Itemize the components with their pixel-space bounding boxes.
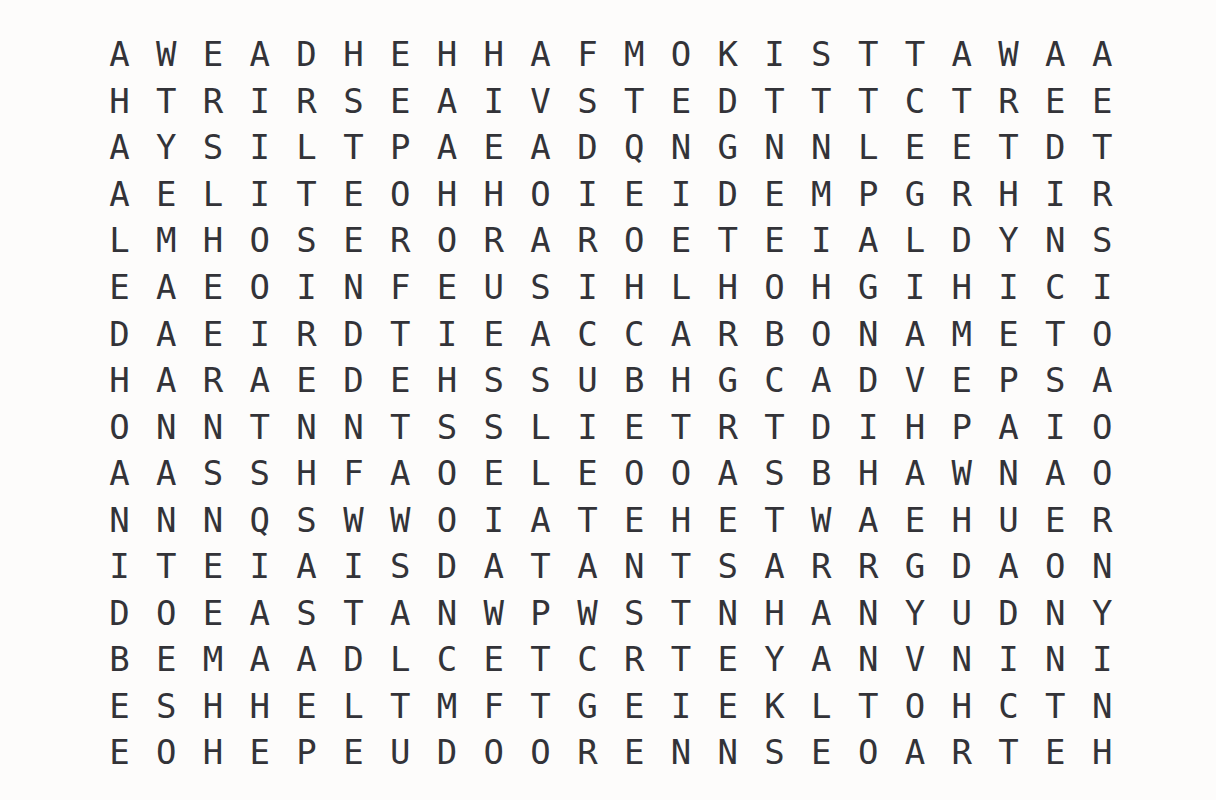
grid-cell[interactable]: S: [517, 357, 564, 404]
grid-cell[interactable]: H: [330, 31, 377, 78]
grid-cell[interactable]: N: [704, 729, 751, 776]
grid-cell[interactable]: O: [96, 403, 143, 450]
grid-cell[interactable]: R: [985, 78, 1032, 125]
grid-cell[interactable]: I: [236, 124, 283, 171]
grid-cell[interactable]: A: [517, 31, 564, 78]
grid-cell[interactable]: T: [377, 683, 424, 730]
grid-cell[interactable]: E: [892, 124, 939, 171]
grid-cell[interactable]: D: [845, 357, 892, 404]
grid-cell[interactable]: I: [283, 264, 330, 311]
grid-cell[interactable]: A: [658, 310, 705, 357]
grid-cell[interactable]: Q: [611, 124, 658, 171]
grid-cell[interactable]: R: [938, 729, 985, 776]
grid-cell[interactable]: H: [96, 357, 143, 404]
grid-cell[interactable]: H: [938, 496, 985, 543]
grid-cell[interactable]: N: [845, 636, 892, 683]
grid-cell[interactable]: T: [845, 683, 892, 730]
grid-cell[interactable]: I: [564, 403, 611, 450]
grid-cell[interactable]: E: [96, 264, 143, 311]
grid-cell[interactable]: V: [892, 636, 939, 683]
grid-cell[interactable]: E: [611, 496, 658, 543]
grid-cell[interactable]: R: [798, 543, 845, 590]
grid-cell[interactable]: T: [658, 543, 705, 590]
grid-cell[interactable]: D: [798, 403, 845, 450]
grid-cell[interactable]: W: [985, 31, 1032, 78]
grid-cell[interactable]: O: [143, 590, 190, 637]
grid-cell[interactable]: I: [96, 543, 143, 590]
grid-cell[interactable]: A: [424, 78, 471, 125]
grid-cell[interactable]: N: [985, 450, 1032, 497]
grid-cell[interactable]: N: [1032, 590, 1079, 637]
grid-cell[interactable]: R: [1079, 496, 1126, 543]
grid-cell[interactable]: D: [1032, 124, 1079, 171]
grid-cell[interactable]: G: [892, 543, 939, 590]
grid-cell[interactable]: E: [470, 310, 517, 357]
grid-cell[interactable]: H: [658, 357, 705, 404]
grid-cell[interactable]: L: [190, 171, 237, 218]
grid-cell[interactable]: R: [470, 217, 517, 264]
grid-cell[interactable]: L: [377, 636, 424, 683]
grid-cell[interactable]: R: [704, 403, 751, 450]
grid-cell[interactable]: I: [658, 683, 705, 730]
grid-cell[interactable]: R: [283, 78, 330, 125]
grid-cell[interactable]: A: [1079, 31, 1126, 78]
grid-cell[interactable]: W: [377, 496, 424, 543]
grid-cell[interactable]: A: [143, 264, 190, 311]
grid-cell[interactable]: N: [1032, 636, 1079, 683]
grid-cell[interactable]: H: [190, 217, 237, 264]
grid-cell[interactable]: P: [985, 357, 1032, 404]
grid-cell[interactable]: E: [1079, 78, 1126, 125]
grid-cell[interactable]: N: [798, 124, 845, 171]
grid-cell[interactable]: A: [283, 543, 330, 590]
grid-cell[interactable]: D: [330, 636, 377, 683]
grid-cell[interactable]: T: [330, 124, 377, 171]
grid-cell[interactable]: L: [330, 683, 377, 730]
grid-cell[interactable]: S: [1079, 217, 1126, 264]
grid-cell[interactable]: F: [470, 683, 517, 730]
grid-cell[interactable]: O: [611, 217, 658, 264]
grid-cell[interactable]: I: [985, 264, 1032, 311]
grid-cell[interactable]: H: [424, 357, 471, 404]
grid-cell[interactable]: T: [1079, 124, 1126, 171]
grid-cell[interactable]: R: [190, 78, 237, 125]
grid-cell[interactable]: C: [985, 683, 1032, 730]
grid-cell[interactable]: O: [892, 683, 939, 730]
grid-cell[interactable]: T: [236, 403, 283, 450]
grid-cell[interactable]: A: [1079, 357, 1126, 404]
grid-cell[interactable]: O: [377, 171, 424, 218]
grid-cell[interactable]: H: [424, 31, 471, 78]
grid-cell[interactable]: P: [283, 729, 330, 776]
grid-cell[interactable]: P: [377, 124, 424, 171]
grid-cell[interactable]: U: [985, 496, 1032, 543]
grid-cell[interactable]: H: [611, 264, 658, 311]
grid-cell[interactable]: T: [751, 403, 798, 450]
grid-cell[interactable]: E: [470, 636, 517, 683]
grid-cell[interactable]: C: [564, 636, 611, 683]
grid-cell[interactable]: S: [470, 403, 517, 450]
grid-cell[interactable]: H: [938, 264, 985, 311]
grid-cell[interactable]: E: [658, 217, 705, 264]
grid-cell[interactable]: R: [564, 729, 611, 776]
grid-cell[interactable]: N: [96, 496, 143, 543]
grid-cell[interactable]: D: [424, 729, 471, 776]
grid-cell[interactable]: N: [751, 124, 798, 171]
grid-cell[interactable]: I: [564, 171, 611, 218]
grid-cell[interactable]: U: [938, 590, 985, 637]
grid-cell[interactable]: A: [798, 357, 845, 404]
grid-cell[interactable]: O: [1079, 310, 1126, 357]
grid-cell[interactable]: T: [892, 31, 939, 78]
grid-cell[interactable]: A: [938, 31, 985, 78]
grid-cell[interactable]: H: [845, 450, 892, 497]
grid-cell[interactable]: C: [1032, 264, 1079, 311]
grid-cell[interactable]: C: [892, 78, 939, 125]
grid-cell[interactable]: S: [236, 450, 283, 497]
grid-cell[interactable]: L: [517, 403, 564, 450]
grid-cell[interactable]: L: [658, 264, 705, 311]
grid-cell[interactable]: E: [143, 636, 190, 683]
grid-cell[interactable]: L: [798, 683, 845, 730]
grid-cell[interactable]: M: [143, 217, 190, 264]
grid-cell[interactable]: O: [658, 31, 705, 78]
grid-cell[interactable]: T: [704, 217, 751, 264]
grid-cell[interactable]: O: [236, 217, 283, 264]
grid-cell[interactable]: E: [611, 683, 658, 730]
grid-cell[interactable]: E: [236, 729, 283, 776]
grid-cell[interactable]: E: [96, 729, 143, 776]
grid-cell[interactable]: I: [985, 636, 1032, 683]
grid-cell[interactable]: H: [798, 264, 845, 311]
grid-cell[interactable]: I: [236, 78, 283, 125]
grid-cell[interactable]: O: [1079, 403, 1126, 450]
grid-cell[interactable]: N: [938, 636, 985, 683]
grid-cell[interactable]: W: [470, 590, 517, 637]
grid-cell[interactable]: Y: [985, 217, 1032, 264]
grid-cell[interactable]: G: [704, 357, 751, 404]
grid-cell[interactable]: N: [704, 590, 751, 637]
grid-cell[interactable]: T: [143, 78, 190, 125]
grid-cell[interactable]: G: [892, 171, 939, 218]
grid-cell[interactable]: L: [845, 124, 892, 171]
grid-cell[interactable]: A: [985, 403, 1032, 450]
grid-cell[interactable]: E: [751, 171, 798, 218]
grid-cell[interactable]: S: [190, 124, 237, 171]
grid-cell[interactable]: N: [658, 729, 705, 776]
grid-cell[interactable]: I: [658, 171, 705, 218]
grid-cell[interactable]: W: [330, 496, 377, 543]
grid-cell[interactable]: A: [377, 590, 424, 637]
grid-cell[interactable]: C: [751, 357, 798, 404]
grid-cell[interactable]: C: [424, 636, 471, 683]
grid-cell[interactable]: H: [190, 729, 237, 776]
grid-cell[interactable]: T: [985, 729, 1032, 776]
grid-cell[interactable]: E: [190, 543, 237, 590]
grid-cell[interactable]: M: [424, 683, 471, 730]
grid-cell[interactable]: U: [377, 729, 424, 776]
grid-cell[interactable]: H: [985, 171, 1032, 218]
grid-cell[interactable]: T: [330, 590, 377, 637]
grid-cell[interactable]: E: [96, 683, 143, 730]
grid-cell[interactable]: M: [190, 636, 237, 683]
grid-cell[interactable]: T: [985, 124, 1032, 171]
grid-cell[interactable]: K: [751, 683, 798, 730]
grid-cell[interactable]: E: [190, 31, 237, 78]
grid-cell[interactable]: T: [658, 636, 705, 683]
grid-cell[interactable]: F: [330, 450, 377, 497]
grid-cell[interactable]: R: [283, 310, 330, 357]
grid-cell[interactable]: I: [1032, 403, 1079, 450]
grid-cell[interactable]: I: [424, 310, 471, 357]
grid-cell[interactable]: M: [611, 31, 658, 78]
grid-cell[interactable]: E: [704, 496, 751, 543]
grid-cell[interactable]: O: [845, 729, 892, 776]
grid-cell[interactable]: T: [658, 590, 705, 637]
grid-cell[interactable]: I: [236, 543, 283, 590]
grid-cell[interactable]: E: [377, 78, 424, 125]
grid-cell[interactable]: A: [143, 310, 190, 357]
grid-cell[interactable]: Y: [1079, 590, 1126, 637]
grid-cell[interactable]: H: [938, 683, 985, 730]
grid-cell[interactable]: Y: [892, 590, 939, 637]
grid-cell[interactable]: E: [1032, 496, 1079, 543]
grid-cell[interactable]: T: [564, 496, 611, 543]
grid-cell[interactable]: E: [564, 450, 611, 497]
grid-cell[interactable]: C: [564, 310, 611, 357]
grid-cell[interactable]: N: [190, 403, 237, 450]
grid-cell[interactable]: T: [517, 636, 564, 683]
grid-cell[interactable]: O: [517, 729, 564, 776]
grid-cell[interactable]: L: [96, 217, 143, 264]
grid-cell[interactable]: A: [1032, 450, 1079, 497]
grid-cell[interactable]: N: [1032, 217, 1079, 264]
grid-cell[interactable]: E: [377, 357, 424, 404]
grid-cell[interactable]: E: [798, 729, 845, 776]
grid-cell[interactable]: A: [283, 636, 330, 683]
grid-cell[interactable]: W: [564, 590, 611, 637]
grid-cell[interactable]: H: [658, 496, 705, 543]
grid-cell[interactable]: D: [938, 217, 985, 264]
grid-cell[interactable]: S: [283, 217, 330, 264]
grid-cell[interactable]: E: [330, 217, 377, 264]
grid-cell[interactable]: A: [985, 543, 1032, 590]
grid-cell[interactable]: E: [704, 636, 751, 683]
grid-cell[interactable]: I: [845, 403, 892, 450]
grid-cell[interactable]: S: [798, 31, 845, 78]
grid-cell[interactable]: I: [564, 264, 611, 311]
grid-cell[interactable]: S: [1032, 357, 1079, 404]
grid-cell[interactable]: E: [283, 683, 330, 730]
grid-cell[interactable]: A: [470, 543, 517, 590]
grid-cell[interactable]: D: [985, 590, 1032, 637]
grid-cell[interactable]: D: [938, 543, 985, 590]
grid-cell[interactable]: N: [1079, 683, 1126, 730]
grid-cell[interactable]: S: [377, 543, 424, 590]
grid-cell[interactable]: N: [330, 264, 377, 311]
grid-cell[interactable]: A: [517, 496, 564, 543]
grid-cell[interactable]: E: [611, 403, 658, 450]
grid-cell[interactable]: S: [470, 357, 517, 404]
grid-cell[interactable]: N: [143, 496, 190, 543]
grid-cell[interactable]: A: [96, 171, 143, 218]
grid-cell[interactable]: S: [143, 683, 190, 730]
grid-cell[interactable]: E: [985, 310, 1032, 357]
grid-cell[interactable]: E: [892, 496, 939, 543]
grid-cell[interactable]: K: [704, 31, 751, 78]
grid-cell[interactable]: D: [424, 543, 471, 590]
grid-cell[interactable]: R: [190, 357, 237, 404]
grid-cell[interactable]: O: [611, 450, 658, 497]
grid-cell[interactable]: T: [751, 78, 798, 125]
grid-cell[interactable]: R: [845, 543, 892, 590]
grid-cell[interactable]: E: [470, 124, 517, 171]
grid-cell[interactable]: H: [704, 264, 751, 311]
grid-cell[interactable]: T: [377, 403, 424, 450]
grid-cell[interactable]: T: [845, 78, 892, 125]
grid-cell[interactable]: S: [751, 729, 798, 776]
grid-cell[interactable]: S: [517, 264, 564, 311]
grid-cell[interactable]: T: [283, 171, 330, 218]
grid-cell[interactable]: W: [938, 450, 985, 497]
grid-cell[interactable]: N: [658, 124, 705, 171]
grid-cell[interactable]: H: [751, 590, 798, 637]
grid-cell[interactable]: O: [798, 310, 845, 357]
grid-cell[interactable]: R: [704, 310, 751, 357]
grid-cell[interactable]: A: [96, 31, 143, 78]
grid-cell[interactable]: A: [845, 496, 892, 543]
grid-cell[interactable]: E: [658, 78, 705, 125]
grid-cell[interactable]: H: [1079, 729, 1126, 776]
grid-cell[interactable]: A: [236, 31, 283, 78]
grid-cell[interactable]: E: [190, 590, 237, 637]
grid-cell[interactable]: O: [424, 217, 471, 264]
grid-cell[interactable]: E: [938, 357, 985, 404]
grid-cell[interactable]: T: [611, 78, 658, 125]
grid-cell[interactable]: T: [658, 403, 705, 450]
grid-cell[interactable]: A: [424, 124, 471, 171]
grid-cell[interactable]: H: [470, 171, 517, 218]
grid-cell[interactable]: E: [143, 171, 190, 218]
grid-cell[interactable]: I: [892, 264, 939, 311]
grid-cell[interactable]: A: [517, 124, 564, 171]
grid-cell[interactable]: F: [564, 31, 611, 78]
grid-cell[interactable]: H: [424, 171, 471, 218]
grid-cell[interactable]: L: [892, 217, 939, 264]
grid-cell[interactable]: F: [377, 264, 424, 311]
grid-cell[interactable]: D: [96, 590, 143, 637]
grid-cell[interactable]: E: [330, 729, 377, 776]
grid-cell[interactable]: E: [1032, 78, 1079, 125]
grid-cell[interactable]: H: [892, 403, 939, 450]
grid-cell[interactable]: I: [330, 543, 377, 590]
grid-cell[interactable]: N: [283, 403, 330, 450]
grid-cell[interactable]: I: [236, 310, 283, 357]
grid-cell[interactable]: N: [845, 310, 892, 357]
grid-cell[interactable]: P: [517, 590, 564, 637]
grid-cell[interactable]: D: [704, 171, 751, 218]
grid-cell[interactable]: T: [1032, 310, 1079, 357]
grid-cell[interactable]: W: [798, 496, 845, 543]
grid-cell[interactable]: G: [564, 683, 611, 730]
grid-cell[interactable]: T: [751, 496, 798, 543]
grid-cell[interactable]: A: [236, 636, 283, 683]
grid-cell[interactable]: E: [611, 729, 658, 776]
grid-cell[interactable]: H: [190, 683, 237, 730]
grid-cell[interactable]: M: [798, 171, 845, 218]
grid-cell[interactable]: S: [283, 496, 330, 543]
grid-cell[interactable]: S: [564, 78, 611, 125]
grid-cell[interactable]: B: [96, 636, 143, 683]
grid-cell[interactable]: U: [470, 264, 517, 311]
grid-cell[interactable]: A: [892, 310, 939, 357]
grid-cell[interactable]: O: [470, 729, 517, 776]
grid-cell[interactable]: E: [611, 171, 658, 218]
grid-cell[interactable]: E: [190, 264, 237, 311]
grid-cell[interactable]: Q: [236, 496, 283, 543]
grid-cell[interactable]: D: [704, 78, 751, 125]
grid-cell[interactable]: S: [330, 78, 377, 125]
grid-cell[interactable]: Y: [143, 124, 190, 171]
grid-cell[interactable]: V: [517, 78, 564, 125]
grid-cell[interactable]: A: [96, 450, 143, 497]
grid-cell[interactable]: S: [190, 450, 237, 497]
grid-cell[interactable]: I: [470, 496, 517, 543]
grid-cell[interactable]: S: [283, 590, 330, 637]
grid-cell[interactable]: E: [424, 264, 471, 311]
grid-cell[interactable]: E: [190, 310, 237, 357]
grid-cell[interactable]: O: [1032, 543, 1079, 590]
grid-cell[interactable]: M: [938, 310, 985, 357]
grid-cell[interactable]: E: [283, 357, 330, 404]
grid-cell[interactable]: O: [751, 264, 798, 311]
grid-cell[interactable]: A: [564, 543, 611, 590]
grid-cell[interactable]: E: [704, 683, 751, 730]
grid-cell[interactable]: I: [1032, 171, 1079, 218]
grid-cell[interactable]: E: [470, 450, 517, 497]
grid-cell[interactable]: T: [377, 310, 424, 357]
grid-cell[interactable]: E: [377, 31, 424, 78]
grid-cell[interactable]: E: [1032, 729, 1079, 776]
grid-cell[interactable]: O: [517, 171, 564, 218]
grid-cell[interactable]: A: [143, 357, 190, 404]
grid-cell[interactable]: N: [143, 403, 190, 450]
grid-cell[interactable]: T: [798, 78, 845, 125]
grid-cell[interactable]: O: [658, 450, 705, 497]
grid-cell[interactable]: E: [938, 124, 985, 171]
grid-cell[interactable]: T: [938, 78, 985, 125]
grid-cell[interactable]: T: [517, 543, 564, 590]
grid-cell[interactable]: A: [892, 450, 939, 497]
grid-cell[interactable]: I: [1079, 264, 1126, 311]
grid-cell[interactable]: W: [143, 31, 190, 78]
grid-cell[interactable]: D: [96, 310, 143, 357]
grid-cell[interactable]: B: [611, 357, 658, 404]
grid-cell[interactable]: D: [330, 357, 377, 404]
grid-cell[interactable]: A: [236, 357, 283, 404]
grid-cell[interactable]: Y: [751, 636, 798, 683]
grid-cell[interactable]: N: [845, 590, 892, 637]
grid-cell[interactable]: T: [845, 31, 892, 78]
grid-cell[interactable]: O: [424, 496, 471, 543]
grid-cell[interactable]: A: [517, 310, 564, 357]
grid-cell[interactable]: P: [938, 403, 985, 450]
grid-cell[interactable]: T: [143, 543, 190, 590]
grid-cell[interactable]: A: [704, 450, 751, 497]
grid-cell[interactable]: A: [96, 124, 143, 171]
grid-cell[interactable]: O: [236, 264, 283, 311]
grid-cell[interactable]: L: [517, 450, 564, 497]
